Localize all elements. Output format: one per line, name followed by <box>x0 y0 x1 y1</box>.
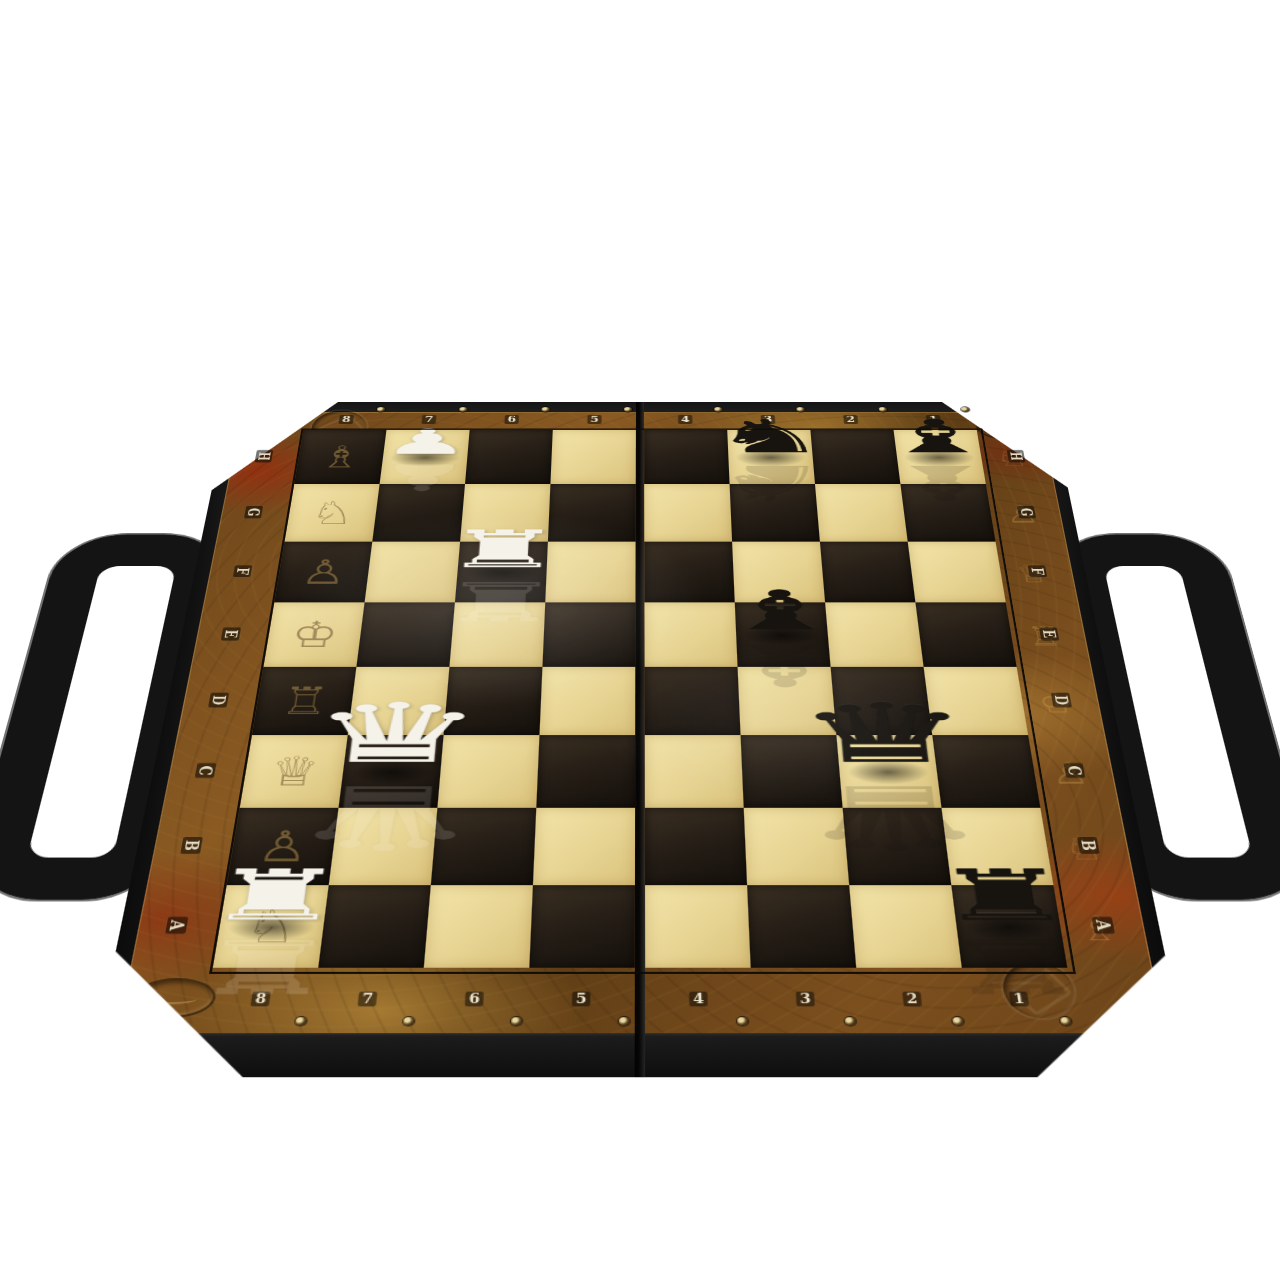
fold-seam <box>635 402 646 1077</box>
perspective-wrapper: ♗♘♙♔♖♕♙♘♘♙♕♖♔♙♘♗HGFEDCBAHGFEDCBA87654321… <box>230 402 1050 1212</box>
chess-travel-case: ♗♘♙♔♖♕♙♘♘♙♕♖♔♙♘♗HGFEDCBAHGFEDCBA87654321… <box>90 402 1191 1077</box>
product-photo: ♗♘♙♔♖♕♙♘♘♙♕♖♔♙♘♗HGFEDCBAHGFEDCBA87654321… <box>0 0 1280 1280</box>
